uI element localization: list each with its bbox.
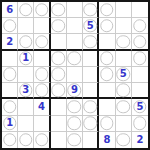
given-digit: 5 <box>87 21 94 31</box>
given-digit: 6 <box>6 5 13 15</box>
odd-cell-circle <box>100 68 114 82</box>
cell-r5c7[interactable] <box>99 67 115 83</box>
odd-cell-circle <box>68 133 82 147</box>
odd-cell-circle <box>83 3 97 17</box>
odd-cell-circle <box>52 19 66 33</box>
cell-r6c1[interactable] <box>2 83 18 99</box>
odd-cell-circle <box>19 35 33 49</box>
cell-r5c4[interactable] <box>51 67 67 83</box>
given-digit: 5 <box>120 69 127 79</box>
cell-r1c1[interactable]: 6 <box>2 2 18 18</box>
given-digit: 4 <box>38 102 45 112</box>
cell-r9c7[interactable]: 8 <box>99 132 115 148</box>
cell-r1c5[interactable] <box>67 2 83 18</box>
odd-cell-circle <box>133 19 147 33</box>
cell-r4c8[interactable] <box>116 51 132 67</box>
given-digit: 5 <box>136 102 143 112</box>
cell-r8c3[interactable] <box>34 116 50 132</box>
odd-cell-circle <box>83 116 97 130</box>
cell-r9c9[interactable]: 2 <box>132 132 148 148</box>
cell-r2c2[interactable] <box>18 18 34 34</box>
cell-r4c9[interactable] <box>132 51 148 67</box>
given-digit: 1 <box>6 118 13 128</box>
cell-r2c9[interactable] <box>132 18 148 34</box>
cell-r9c2[interactable] <box>18 132 34 148</box>
odd-cell-circle <box>35 35 49 49</box>
cell-r4c6[interactable] <box>83 51 99 67</box>
cell-r2c5[interactable] <box>67 18 83 34</box>
cell-r5c6[interactable] <box>83 67 99 83</box>
odd-cell-circle <box>35 68 49 82</box>
cell-r3c3[interactable] <box>34 34 50 50</box>
cell-r2c8[interactable] <box>116 18 132 34</box>
given-digit: 3 <box>22 85 29 95</box>
cell-r2c1[interactable] <box>2 18 18 34</box>
cell-r9c1[interactable] <box>2 132 18 148</box>
sudoku-board: 652153945182 <box>0 0 150 150</box>
cell-r2c3[interactable] <box>34 18 50 34</box>
cell-r4c4[interactable] <box>51 51 67 67</box>
cell-r9c3[interactable] <box>34 132 50 148</box>
odd-cell-circle <box>35 3 49 17</box>
odd-cell-circle <box>52 83 66 97</box>
cell-r3c6[interactable] <box>83 34 99 50</box>
cell-r1c6[interactable] <box>83 2 99 18</box>
cell-r3c8[interactable] <box>116 34 132 50</box>
given-digit: 9 <box>71 85 78 95</box>
odd-cell-circle <box>100 19 114 33</box>
odd-cell-circle <box>68 52 82 66</box>
cell-r6c9[interactable] <box>132 83 148 99</box>
cell-r1c2[interactable] <box>18 2 34 18</box>
cell-r2c6[interactable]: 5 <box>83 18 99 34</box>
odd-cell-circle <box>68 100 82 114</box>
odd-cell-circle <box>100 52 114 66</box>
cell-r4c1[interactable] <box>2 51 18 67</box>
odd-cell-circle <box>116 100 130 114</box>
cell-r3c1[interactable]: 2 <box>2 34 18 50</box>
cell-r7c1[interactable] <box>2 99 18 115</box>
cell-r7c8[interactable] <box>116 99 132 115</box>
odd-cell-circle <box>52 52 66 66</box>
given-digit: 8 <box>103 135 110 145</box>
odd-cell-circle <box>83 35 97 49</box>
cell-r5c1[interactable] <box>2 67 18 83</box>
cell-r3c2[interactable] <box>18 34 34 50</box>
cell-r6c3[interactable] <box>34 83 50 99</box>
cell-r9c5[interactable] <box>67 132 83 148</box>
cell-r8c8[interactable] <box>116 116 132 132</box>
odd-cell-circle <box>19 133 33 147</box>
cell-r8c7[interactable] <box>99 116 115 132</box>
cell-r7c7[interactable] <box>99 99 115 115</box>
odd-cell-circle <box>3 68 17 82</box>
odd-cell-circle <box>83 100 97 114</box>
odd-cell-circle <box>3 133 17 147</box>
cell-r8c9[interactable] <box>132 116 148 132</box>
cell-r9c4[interactable] <box>51 132 67 148</box>
cell-r1c4[interactable] <box>51 2 67 18</box>
odd-cell-circle <box>68 116 82 130</box>
cell-r7c5[interactable] <box>67 99 83 115</box>
cell-r3c4[interactable] <box>51 34 67 50</box>
cell-r7c3[interactable]: 4 <box>34 99 50 115</box>
cell-r8c1[interactable]: 1 <box>2 116 18 132</box>
odd-cell-circle <box>52 3 66 17</box>
odd-cell-circle <box>116 83 130 97</box>
cell-r3c7[interactable] <box>99 34 115 50</box>
cell-r8c2[interactable] <box>18 116 34 132</box>
cell-r2c7[interactable] <box>99 18 115 34</box>
odd-cell-circle <box>3 100 17 114</box>
cell-r9c8[interactable] <box>116 132 132 148</box>
odd-cell-circle <box>100 3 114 17</box>
odd-cell-circle <box>19 3 33 17</box>
odd-cell-circle <box>116 35 130 49</box>
odd-cell-circle <box>116 133 130 147</box>
odd-cell-circle <box>35 83 49 97</box>
odd-cell-circle <box>133 35 147 49</box>
cell-r5c5[interactable] <box>67 67 83 83</box>
cell-r8c5[interactable] <box>67 116 83 132</box>
cell-r4c5[interactable] <box>67 51 83 67</box>
cell-r5c2[interactable] <box>18 67 34 83</box>
odd-cell-circle <box>133 52 147 66</box>
cell-r2c4[interactable] <box>51 18 67 34</box>
cell-r6c6[interactable] <box>83 83 99 99</box>
cell-r1c7[interactable] <box>99 2 115 18</box>
odd-cell-circle <box>133 116 147 130</box>
odd-cell-circle <box>100 116 114 130</box>
cell-r9c6[interactable] <box>83 132 99 148</box>
cell-r5c9[interactable] <box>132 67 148 83</box>
cell-r1c9[interactable] <box>132 2 148 18</box>
odd-cell-circle <box>3 19 17 33</box>
cell-r7c9[interactable]: 5 <box>132 99 148 115</box>
cell-r3c9[interactable] <box>132 34 148 50</box>
odd-cell-circle <box>35 133 49 147</box>
cell-r6c2[interactable]: 3 <box>18 83 34 99</box>
cell-r5c8[interactable]: 5 <box>116 67 132 83</box>
cell-r8c6[interactable] <box>83 116 99 132</box>
cell-r5c3[interactable] <box>34 67 50 83</box>
cell-r4c7[interactable] <box>99 51 115 67</box>
odd-cell-circle <box>52 68 66 82</box>
cell-r7c4[interactable] <box>51 99 67 115</box>
given-digit: 2 <box>6 37 13 47</box>
cell-r6c8[interactable] <box>116 83 132 99</box>
cell-r6c4[interactable] <box>51 83 67 99</box>
cell-r3c5[interactable] <box>67 34 83 50</box>
cell-r6c5[interactable]: 9 <box>67 83 83 99</box>
cell-r7c2[interactable] <box>18 99 34 115</box>
cell-r4c2[interactable]: 1 <box>18 51 34 67</box>
cell-r8c4[interactable] <box>51 116 67 132</box>
cell-r4c3[interactable] <box>34 51 50 67</box>
cell-r1c3[interactable] <box>34 2 50 18</box>
cell-r1c8[interactable] <box>116 2 132 18</box>
given-digit: 1 <box>22 53 29 63</box>
cell-r7c6[interactable] <box>83 99 99 115</box>
cell-r6c7[interactable] <box>99 83 115 99</box>
given-digit: 2 <box>136 135 143 145</box>
